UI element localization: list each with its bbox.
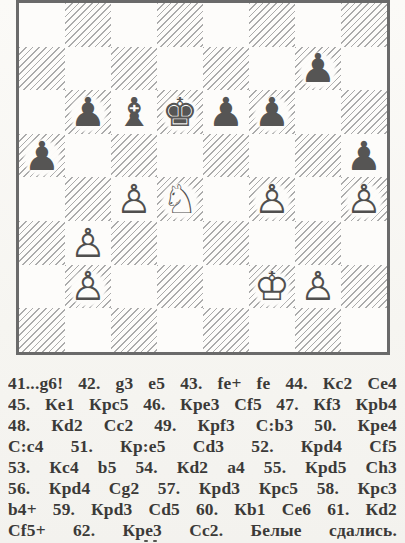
square-e8 <box>203 3 249 47</box>
square-a3 <box>19 221 65 265</box>
square-c8 <box>111 3 157 47</box>
square-e4 <box>203 177 249 221</box>
square-h6 <box>341 90 387 134</box>
move-line: 41...g6! 42. g3 e5 43. fe+ fe 44. Кc2 Сe… <box>8 373 397 394</box>
square-g8 <box>295 3 341 47</box>
square-b6: ♟ <box>65 90 111 134</box>
square-g2: ♙ <box>295 265 341 309</box>
square-g1 <box>295 308 341 352</box>
black-pawn-piece: ♟ <box>65 90 111 134</box>
white-pawn-piece: ♙ <box>341 177 387 221</box>
cut-text-fragment <box>144 540 148 542</box>
square-e5 <box>203 134 249 178</box>
square-c3 <box>111 221 157 265</box>
square-a6 <box>19 90 65 134</box>
square-g7: ♟ <box>295 47 341 91</box>
square-d1 <box>157 308 203 352</box>
square-e2 <box>203 265 249 309</box>
black-bishop-piece: ♝ <box>111 90 157 134</box>
white-knight-piece: ♘ <box>157 177 203 221</box>
moves-block: 41...g6! 42. g3 e5 43. fe+ fe 44. Кc2 Сe… <box>8 373 397 541</box>
square-h8 <box>341 3 387 47</box>
square-d5 <box>157 134 203 178</box>
square-b1 <box>65 308 111 352</box>
square-f2: ♔ <box>249 265 295 309</box>
square-b5 <box>65 134 111 178</box>
square-c7 <box>111 47 157 91</box>
square-f3 <box>249 221 295 265</box>
move-line: 56. Крd4 Сg2 57. Крd3 Крc5 58. Крc3 <box>8 478 397 499</box>
square-a5: ♟ <box>19 134 65 178</box>
square-c2 <box>111 265 157 309</box>
square-a8 <box>19 3 65 47</box>
square-h5: ♟ <box>341 134 387 178</box>
black-king-piece: ♚ <box>157 90 203 134</box>
square-e3 <box>203 221 249 265</box>
move-line: С:c4 51. Кр:e5 Сd3 52. Крd4 Сf5 <box>8 436 397 457</box>
black-pawn-piece: ♟ <box>19 134 65 178</box>
square-e6: ♟ <box>203 90 249 134</box>
black-pawn-piece: ♟ <box>341 134 387 178</box>
move-line: Сf5+ 62. Кре3 Сc2. Белые сдались. <box>8 520 397 541</box>
white-pawn-piece: ♙ <box>65 265 111 309</box>
square-c6: ♝ <box>111 90 157 134</box>
square-f6: ♟ <box>249 90 295 134</box>
square-b3: ♙ <box>65 221 111 265</box>
square-c4: ♙ <box>111 177 157 221</box>
chess-board: ♟♟♝♚♟♟♟♟♙♘♙♙♙♙♔♙ <box>19 3 387 352</box>
square-d6: ♚ <box>157 90 203 134</box>
square-f7 <box>249 47 295 91</box>
move-line: b4+ 59. Крd3 Сd5 60. Кb1 Сe6 61. Кd2 <box>8 499 397 520</box>
cut-text-fragment <box>153 540 157 542</box>
square-b7 <box>65 47 111 91</box>
square-g4 <box>295 177 341 221</box>
square-d4: ♘ <box>157 177 203 221</box>
white-pawn-piece: ♙ <box>111 177 157 221</box>
black-pawn-piece: ♟ <box>203 90 249 134</box>
square-f8 <box>249 3 295 47</box>
white-king-piece: ♔ <box>249 265 295 309</box>
square-c5 <box>111 134 157 178</box>
square-d3 <box>157 221 203 265</box>
square-b8 <box>65 3 111 47</box>
move-line: 48. Кd2 Сc2 49. Крf3 С:b3 50. Кре4 <box>8 415 397 436</box>
square-h7 <box>341 47 387 91</box>
square-d7 <box>157 47 203 91</box>
square-a7 <box>19 47 65 91</box>
square-f4: ♙ <box>249 177 295 221</box>
square-h1 <box>341 308 387 352</box>
square-g5 <box>295 134 341 178</box>
white-pawn-piece: ♙ <box>65 221 111 265</box>
square-c1 <box>111 308 157 352</box>
square-b2: ♙ <box>65 265 111 309</box>
move-line: 53. Кc4 b5 54. Кd2 a4 55. Крd5 Сh3 <box>8 457 397 478</box>
board-frame: ♟♟♝♚♟♟♟♟♙♘♙♙♙♙♔♙ <box>16 0 390 355</box>
square-b4 <box>65 177 111 221</box>
white-pawn-piece: ♙ <box>295 265 341 309</box>
square-h2 <box>341 265 387 309</box>
white-pawn-piece: ♙ <box>249 177 295 221</box>
square-g3 <box>295 221 341 265</box>
square-h3 <box>341 221 387 265</box>
square-a4 <box>19 177 65 221</box>
black-pawn-piece: ♟ <box>295 47 341 91</box>
square-f1 <box>249 308 295 352</box>
cut-off-next-line <box>0 539 405 543</box>
book-page: ♟♟♝♚♟♟♟♟♙♘♙♙♙♙♔♙ 41...g6! 42. g3 e5 43. … <box>0 0 405 543</box>
square-h4: ♙ <box>341 177 387 221</box>
square-e7 <box>203 47 249 91</box>
square-a2 <box>19 265 65 309</box>
square-e1 <box>203 308 249 352</box>
square-a1 <box>19 308 65 352</box>
square-g6 <box>295 90 341 134</box>
move-line: 45. Кe1 Крc5 46. Кре3 Сf5 47. Кf3 Крb4 <box>8 394 397 415</box>
square-d8 <box>157 3 203 47</box>
black-pawn-piece: ♟ <box>249 90 295 134</box>
square-d2 <box>157 265 203 309</box>
square-f5 <box>249 134 295 178</box>
